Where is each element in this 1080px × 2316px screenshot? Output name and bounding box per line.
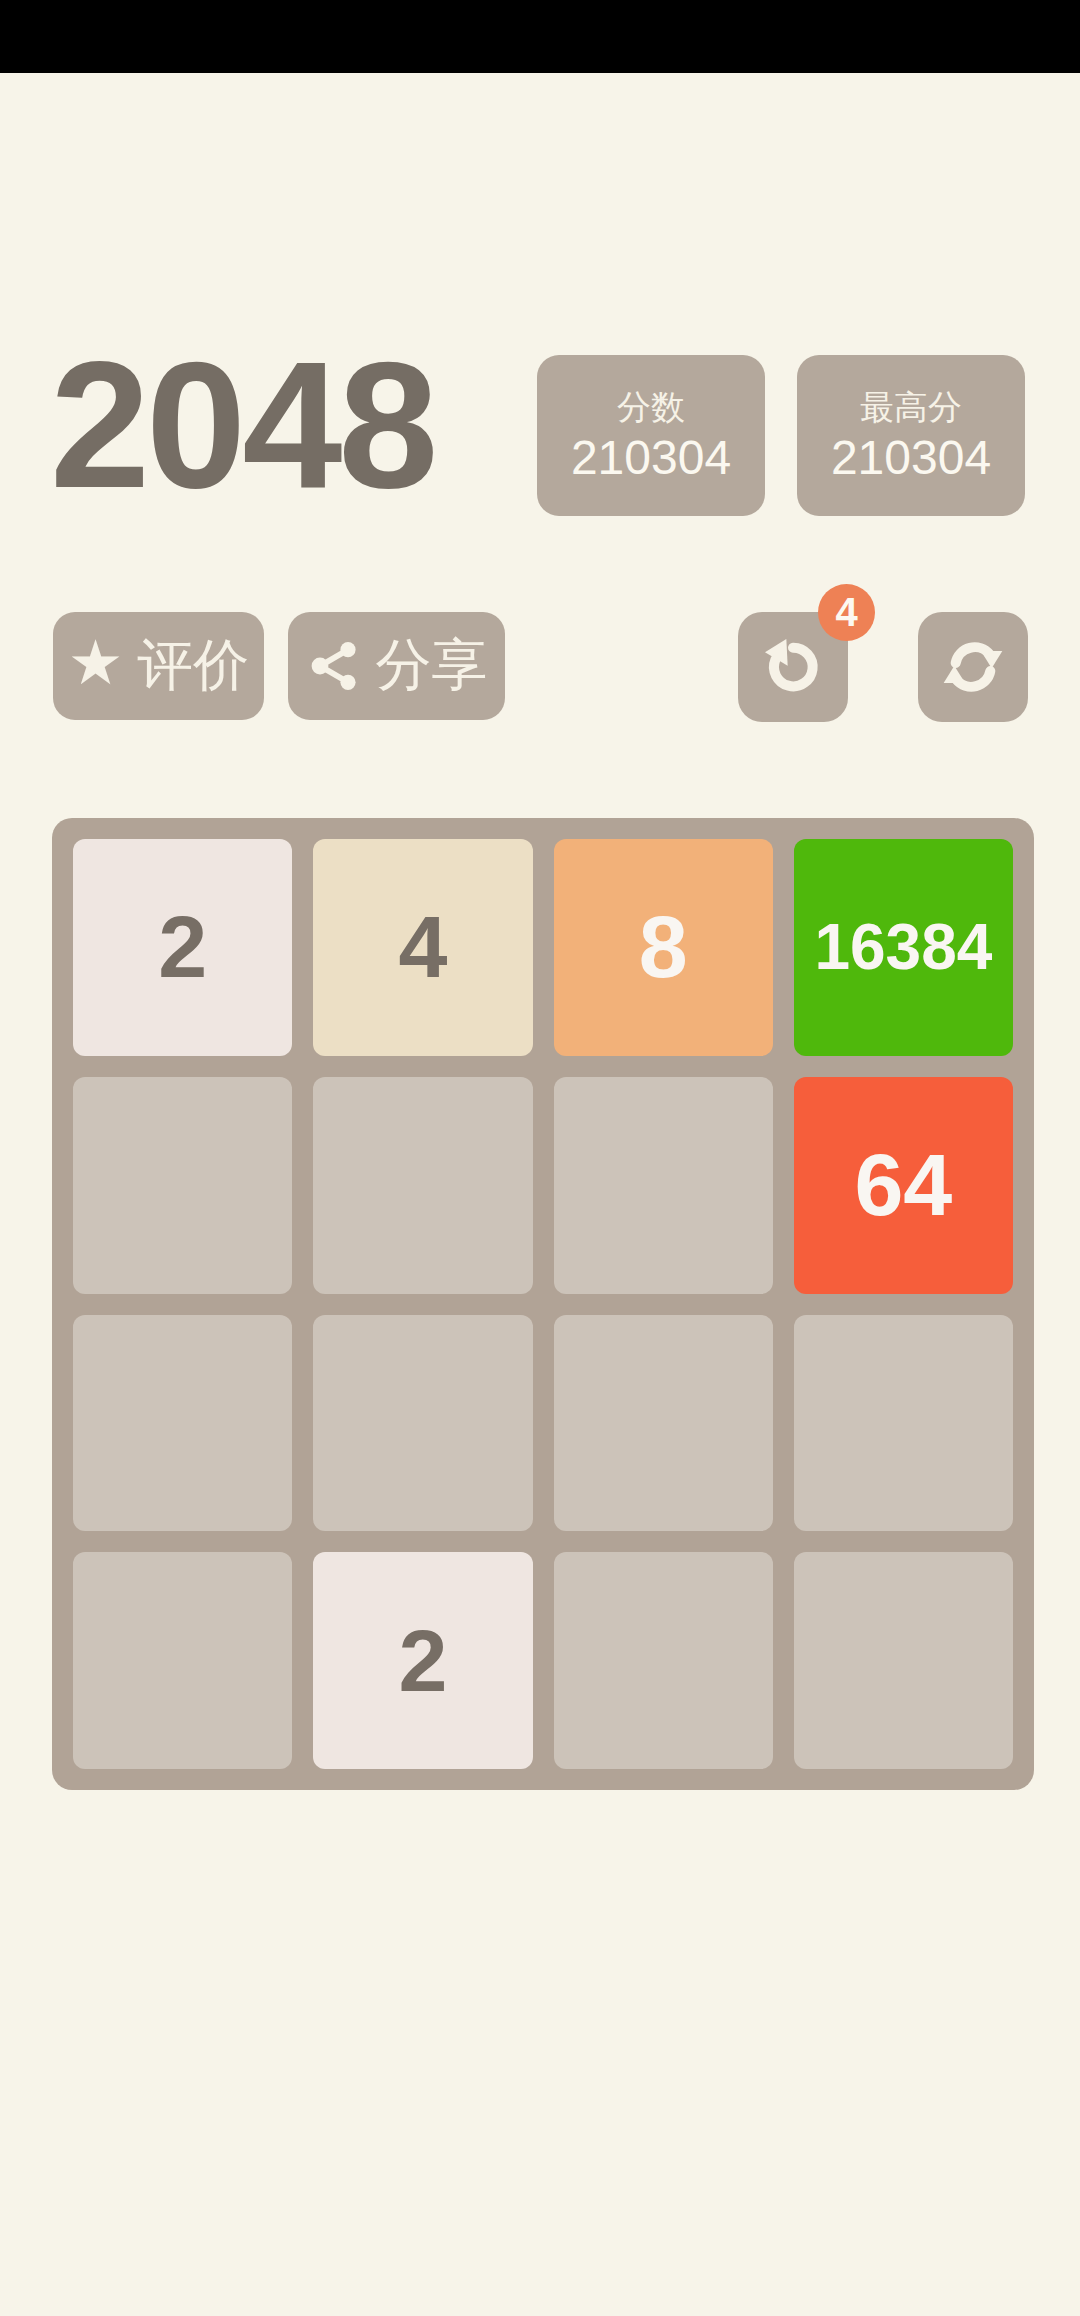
empty-cell-r2c2 (313, 1077, 532, 1294)
share-nodes-icon (306, 638, 362, 694)
empty-cell-r3c4 (794, 1315, 1013, 1532)
empty-cell-r2c1 (73, 1077, 292, 1294)
tile-2-r1c1: 2 (73, 839, 292, 1056)
score-label: 分数 (617, 390, 685, 424)
app-screen: 2048 分数 210304 最高分 210304 ★ 评价 分享 (0, 0, 1080, 2316)
empty-cell-r4c3 (554, 1552, 773, 1769)
empty-cell-r4c1 (73, 1552, 292, 1769)
empty-cell-r3c1 (73, 1315, 292, 1532)
undo-count-badge: 4 (818, 584, 875, 641)
share-button[interactable]: 分享 (288, 612, 505, 720)
tile-16384-r1c4: 16384 (794, 839, 1013, 1056)
star-icon: ★ (68, 632, 124, 694)
best-score-panel: 最高分 210304 (797, 355, 1025, 516)
rate-button[interactable]: ★ 评价 (53, 612, 264, 720)
best-score-label: 最高分 (860, 390, 962, 424)
best-score-value: 210304 (831, 434, 991, 482)
empty-cell-r3c2 (313, 1315, 532, 1532)
empty-cell-r2c3 (554, 1077, 773, 1294)
share-button-label: 分享 (376, 628, 488, 704)
refresh-arrows-icon (941, 635, 1005, 699)
refresh-button[interactable] (918, 612, 1028, 722)
page-title: 2048 (50, 335, 530, 515)
status-bar (0, 0, 1080, 73)
tile-4-r1c2: 4 (313, 839, 532, 1056)
tile-2-r4c2: 2 (313, 1552, 532, 1769)
undo-arrow-icon (761, 635, 825, 699)
score-value: 210304 (571, 434, 731, 482)
score-panel: 分数 210304 (537, 355, 765, 516)
empty-cell-r3c3 (554, 1315, 773, 1532)
game-board[interactable]: 24816384642 (52, 818, 1034, 1790)
tile-8-r1c3: 8 (554, 839, 773, 1056)
empty-cell-r4c4 (794, 1552, 1013, 1769)
rate-button-label: 评价 (137, 628, 249, 704)
tile-64-r2c4: 64 (794, 1077, 1013, 1294)
